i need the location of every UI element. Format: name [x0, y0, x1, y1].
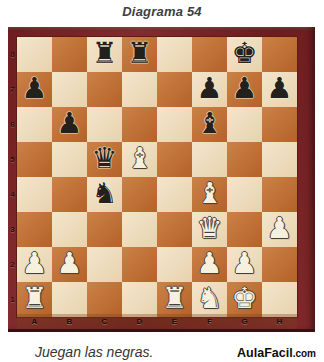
file-label-b: B: [52, 314, 87, 329]
brand-logo: AulaFacil.com: [237, 346, 316, 360]
square-a8: [17, 37, 52, 72]
square-h5: [262, 142, 297, 177]
piece-white-bishop-d5: ♝: [127, 142, 153, 176]
chess-board: 87654321 ♜♜♚♟♟♟♟♟♝♛♝♞♝♛♟♟♟♟♟♜♜♞♚ ABCDEFG…: [8, 27, 315, 332]
square-h2: [262, 247, 297, 282]
piece-black-rook-c8: ♜: [92, 37, 118, 71]
piece-white-pawn-g2: ♟: [232, 247, 258, 281]
square-a1: ♜: [17, 282, 52, 317]
square-a5: [17, 142, 52, 177]
square-h6: [262, 107, 297, 142]
square-g1: ♚: [227, 282, 262, 317]
square-f5: [192, 142, 227, 177]
page: Diagrama 54 87654321 ♜♜♚♟♟♟♟♟♝♛♝♞♝♛♟♟♟♟♟…: [0, 4, 324, 362]
rank-label-5: 5: [8, 142, 17, 177]
turn-caption: Juegan las negras.: [35, 344, 153, 360]
file-label-g: G: [227, 314, 262, 329]
square-f6: ♝: [192, 107, 227, 142]
square-f1: ♞: [192, 282, 227, 317]
square-b4: [52, 177, 87, 212]
square-g6: [227, 107, 262, 142]
rank-label-1: 1: [8, 282, 17, 317]
square-c2: [87, 247, 122, 282]
square-e1: ♜: [157, 282, 192, 317]
diagram-title: Diagrama 54: [0, 4, 324, 19]
file-label-a: A: [17, 314, 52, 329]
piece-white-rook-a1: ♜: [22, 282, 48, 316]
rank-labels: 87654321: [8, 37, 17, 317]
square-e3: [157, 212, 192, 247]
piece-black-rook-d8: ♜: [127, 37, 153, 71]
file-labels: ABCDEFGH: [17, 314, 297, 329]
square-e2: [157, 247, 192, 282]
square-d6: [122, 107, 157, 142]
square-h7: ♟: [262, 72, 297, 107]
square-f4: ♝: [192, 177, 227, 212]
square-a3: [17, 212, 52, 247]
file-label-c: C: [87, 314, 122, 329]
square-h4: [262, 177, 297, 212]
piece-white-queen-f3: ♛: [197, 212, 223, 246]
piece-black-bishop-f6: ♝: [197, 107, 223, 141]
square-d4: [122, 177, 157, 212]
square-d8: ♜: [122, 37, 157, 72]
file-label-d: D: [122, 314, 157, 329]
square-a4: [17, 177, 52, 212]
square-g5: [227, 142, 262, 177]
square-g8: ♚: [227, 37, 262, 72]
square-g3: [227, 212, 262, 247]
square-b7: [52, 72, 87, 107]
footer: Juegan las negras. AulaFacil.com: [0, 344, 324, 360]
piece-black-pawn-a7: ♟: [22, 72, 48, 106]
rank-label-6: 6: [8, 107, 17, 142]
piece-black-pawn-g7: ♟: [232, 72, 258, 106]
square-b1: [52, 282, 87, 317]
square-b6: ♟: [52, 107, 87, 142]
file-label-f: F: [192, 314, 227, 329]
square-e6: [157, 107, 192, 142]
piece-white-pawn-h3: ♟: [267, 212, 293, 246]
square-g2: ♟: [227, 247, 262, 282]
square-a2: ♟: [17, 247, 52, 282]
board-squares: ♜♜♚♟♟♟♟♟♝♛♝♞♝♛♟♟♟♟♟♜♜♞♚: [17, 37, 297, 317]
square-f2: ♟: [192, 247, 227, 282]
piece-white-pawn-f2: ♟: [197, 247, 223, 281]
piece-white-bishop-f4: ♝: [197, 177, 223, 211]
square-d3: [122, 212, 157, 247]
square-c4: ♞: [87, 177, 122, 212]
rank-label-7: 7: [8, 72, 17, 107]
square-c6: [87, 107, 122, 142]
piece-white-pawn-b2: ♟: [57, 247, 83, 281]
square-c7: [87, 72, 122, 107]
square-c5: ♛: [87, 142, 122, 177]
square-a7: ♟: [17, 72, 52, 107]
square-d1: [122, 282, 157, 317]
piece-white-knight-f1: ♞: [197, 282, 223, 316]
file-label-e: E: [157, 314, 192, 329]
brand-tld: .com: [293, 348, 316, 359]
piece-black-pawn-f7: ♟: [197, 72, 223, 106]
square-c8: ♜: [87, 37, 122, 72]
square-c3: [87, 212, 122, 247]
rank-label-8: 8: [8, 37, 17, 72]
square-d2: [122, 247, 157, 282]
piece-black-pawn-b6: ♟: [57, 107, 83, 141]
piece-black-pawn-h7: ♟: [267, 72, 293, 106]
square-d7: [122, 72, 157, 107]
square-e8: [157, 37, 192, 72]
piece-black-king-g8: ♚: [232, 37, 258, 71]
square-f8: [192, 37, 227, 72]
rank-label-3: 3: [8, 212, 17, 247]
square-g7: ♟: [227, 72, 262, 107]
square-f3: ♛: [192, 212, 227, 247]
square-g4: [227, 177, 262, 212]
piece-black-knight-c4: ♞: [92, 177, 118, 211]
piece-white-pawn-a2: ♟: [22, 247, 48, 281]
rank-label-4: 4: [8, 177, 17, 212]
square-a6: [17, 107, 52, 142]
square-f7: ♟: [192, 72, 227, 107]
piece-white-king-g1: ♚: [232, 282, 258, 316]
square-c1: [87, 282, 122, 317]
square-b3: [52, 212, 87, 247]
file-label-h: H: [262, 314, 297, 329]
brand-name: AulaFacil: [237, 346, 293, 360]
piece-white-rook-e1: ♜: [162, 282, 188, 316]
rank-label-2: 2: [8, 247, 17, 282]
square-h8: [262, 37, 297, 72]
piece-black-queen-c5: ♛: [92, 142, 118, 176]
square-e7: [157, 72, 192, 107]
square-b8: [52, 37, 87, 72]
square-e5: [157, 142, 192, 177]
square-h3: ♟: [262, 212, 297, 247]
square-e4: [157, 177, 192, 212]
square-b2: ♟: [52, 247, 87, 282]
square-h1: [262, 282, 297, 317]
square-d5: ♝: [122, 142, 157, 177]
square-b5: [52, 142, 87, 177]
